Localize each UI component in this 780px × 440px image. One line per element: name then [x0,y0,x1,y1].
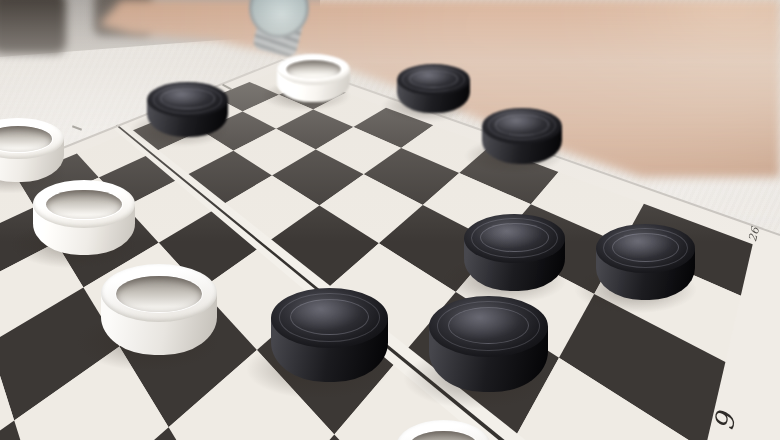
piece-top [33,180,135,228]
white-piece[interactable] [33,180,135,255]
photo-checkers-scene: 9 26 [0,0,780,440]
black-piece[interactable] [464,214,565,291]
piece-top [101,264,217,322]
piece-top [596,224,695,273]
piece-top [396,420,491,440]
piece-top [271,288,388,348]
black-piece[interactable] [482,108,562,164]
piece-top [429,296,548,357]
white-piece[interactable] [396,420,491,440]
piece-ridge-ring [480,223,549,253]
white-piece[interactable] [277,54,350,102]
black-piece[interactable] [271,288,388,382]
black-piece[interactable] [596,224,695,300]
piece-cup-recess [46,190,122,220]
piece-ridge-ring [448,307,529,344]
black-piece[interactable] [429,296,548,392]
white-piece[interactable] [101,264,217,355]
piece-cup-recess [0,126,52,151]
black-piece[interactable] [147,82,228,137]
piece-top [464,214,565,263]
piece-ridge-ring [612,233,679,262]
piece-cup-recess [116,276,202,312]
white-piece[interactable] [0,118,64,182]
piece-top [147,82,228,117]
piece-ridge-ring [495,114,549,136]
piece-top [277,54,350,85]
piece-ridge-ring [290,299,370,335]
piece-cup-recess [408,431,478,440]
black-piece[interactable] [397,64,470,113]
piece-cup-recess [286,60,340,79]
piece-top [482,108,562,144]
